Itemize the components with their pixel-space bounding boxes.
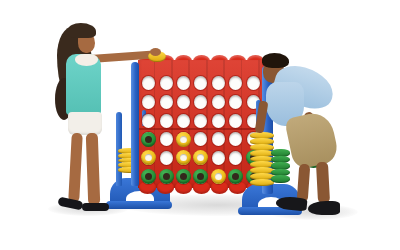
- board-cell-r2c1[interactable]: [140, 93, 157, 112]
- girl-right-leg: [86, 133, 101, 205]
- girl-right-sandal: [82, 203, 109, 211]
- board-hole: [177, 76, 190, 90]
- board-hole: [194, 114, 207, 128]
- boy-right-shoe: [308, 201, 340, 215]
- green-ring[interactable]: [193, 169, 208, 184]
- board-cell-r1c4[interactable]: [192, 74, 209, 93]
- board-hole: [247, 76, 260, 90]
- board-cell-r5c1[interactable]: [140, 149, 157, 168]
- board-cell-r6c2[interactable]: [157, 167, 174, 186]
- board-cell-r4c1[interactable]: [140, 130, 157, 149]
- board-cell-r1c2[interactable]: [157, 74, 174, 93]
- board-cell-r6c6[interactable]: [227, 167, 244, 186]
- girl-tank-lace: [75, 54, 98, 66]
- board-cell-r5c4[interactable]: [192, 149, 209, 168]
- board-cell-r2c4[interactable]: [192, 93, 209, 112]
- board-hole: [229, 114, 242, 128]
- board-hole: [177, 95, 190, 109]
- board-cell-r2c2[interactable]: [157, 93, 174, 112]
- board-cell-r2c5[interactable]: [210, 93, 227, 112]
- board-cell-r3c5[interactable]: [210, 111, 227, 130]
- board-cell-r4c5[interactable]: [210, 130, 227, 149]
- left-base-foot: [106, 201, 172, 209]
- board-hole: [229, 132, 242, 146]
- board-cell-r6c3[interactable]: [175, 167, 192, 186]
- board-cell-r5c6[interactable]: [227, 149, 244, 168]
- board-cell-r1c6[interactable]: [227, 74, 244, 93]
- board-hole: [229, 151, 242, 165]
- yellow-ring[interactable]: [211, 169, 226, 184]
- board-hole: [142, 114, 155, 128]
- green-ring[interactable]: [141, 132, 156, 147]
- yellow-ring[interactable]: [176, 150, 191, 165]
- green-ring[interactable]: [228, 169, 243, 184]
- board-cell-r5c5[interactable]: [210, 149, 227, 168]
- board-cell-r3c4[interactable]: [192, 111, 209, 130]
- board-hole: [160, 132, 173, 146]
- yellow-ring[interactable]: [193, 150, 208, 165]
- right-green-ring-stack[interactable]: [271, 150, 290, 183]
- boy-cargo-shorts: [284, 110, 340, 170]
- board-cell-r3c3[interactable]: [175, 111, 192, 130]
- board-hole: [194, 132, 207, 146]
- board-cell-r6c1[interactable]: [140, 167, 157, 186]
- boy-hair: [262, 53, 289, 68]
- board-cell-r2c6[interactable]: [227, 93, 244, 112]
- board-cell-r3c2[interactable]: [157, 111, 174, 130]
- scene: [0, 0, 400, 250]
- board-hole: [160, 114, 173, 128]
- board-cell-r2c3[interactable]: [175, 93, 192, 112]
- board-hole: [212, 132, 225, 146]
- board-hole: [212, 76, 225, 90]
- yellow-ring[interactable]: [176, 132, 191, 147]
- board-hole: [212, 114, 225, 128]
- board-cell-r5c2[interactable]: [157, 149, 174, 168]
- board-hole: [194, 95, 207, 109]
- girl-hand: [150, 48, 161, 56]
- board-cell-r4c3[interactable]: [175, 130, 192, 149]
- boy-left-leg: [297, 164, 311, 203]
- board-hole: [229, 76, 242, 90]
- left-board-post: [131, 62, 139, 186]
- board-cell-r6c4[interactable]: [192, 167, 209, 186]
- green-ring[interactable]: [271, 175, 290, 183]
- board-hole: [177, 114, 190, 128]
- board-cell-r4c2[interactable]: [157, 130, 174, 149]
- board-cell-r1c3[interactable]: [175, 74, 192, 93]
- board-cell-r6c5[interactable]: [210, 167, 227, 186]
- board-hole: [212, 95, 225, 109]
- board-grid: [140, 74, 262, 186]
- green-ring[interactable]: [176, 169, 191, 184]
- board-hole: [142, 95, 155, 109]
- board-hole: [160, 151, 173, 165]
- board-cell-r4c4[interactable]: [192, 130, 209, 149]
- board-hole: [212, 151, 225, 165]
- girl-hair-top: [68, 23, 96, 38]
- green-ring[interactable]: [141, 169, 156, 184]
- board-hole: [142, 76, 155, 90]
- girl-left-leg: [68, 133, 83, 202]
- green-ring[interactable]: [159, 169, 174, 184]
- board-hole: [160, 95, 173, 109]
- yellow-ring[interactable]: [141, 150, 156, 165]
- board-hole: [194, 76, 207, 90]
- boy-right-leg: [316, 162, 330, 204]
- board-cell-r3c1[interactable]: [140, 111, 157, 130]
- board-hole: [160, 76, 173, 90]
- board-cell-r5c3[interactable]: [175, 149, 192, 168]
- board-cell-r4c6[interactable]: [227, 130, 244, 149]
- board-cell-r1c1[interactable]: [140, 74, 157, 93]
- board-cell-r3c6[interactable]: [227, 111, 244, 130]
- board-cell-r1c7[interactable]: [245, 74, 262, 93]
- board-cell-r1c5[interactable]: [210, 74, 227, 93]
- board-hole: [229, 95, 242, 109]
- girl-shorts: [68, 112, 102, 135]
